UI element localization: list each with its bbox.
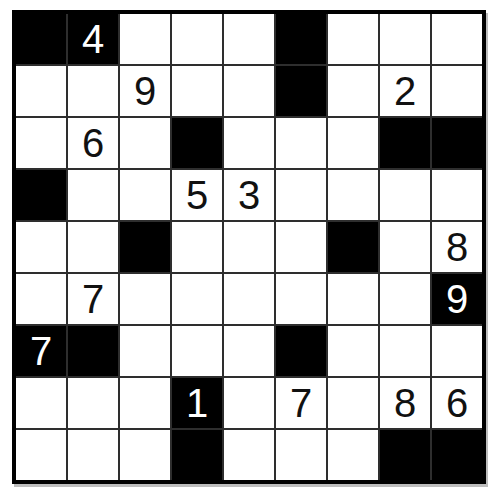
cell-r9c8 [380, 430, 430, 480]
cell-r6c5[interactable] [224, 274, 274, 324]
cell-r1c8[interactable] [380, 14, 430, 64]
cell-r7c1: 7 [16, 326, 66, 376]
cell-r8c7[interactable] [328, 378, 378, 428]
cell-r8c9[interactable]: 6 [432, 378, 482, 428]
cell-r1c4[interactable] [172, 14, 222, 64]
cell-r1c6 [276, 14, 326, 64]
cell-r1c5[interactable] [224, 14, 274, 64]
cell-r3c8 [380, 118, 430, 168]
cell-r5c9[interactable]: 8 [432, 222, 482, 272]
cell-r4c8[interactable] [380, 170, 430, 220]
cell-r1c7[interactable] [328, 14, 378, 64]
cell-r4c1 [16, 170, 66, 220]
cell-r4c2[interactable] [68, 170, 118, 220]
cell-r4c4[interactable]: 5 [172, 170, 222, 220]
cell-r2c7[interactable] [328, 66, 378, 116]
cell-r1c1 [16, 14, 66, 64]
cell-r8c2[interactable] [68, 378, 118, 428]
cell-r2c9[interactable] [432, 66, 482, 116]
cell-r3c4 [172, 118, 222, 168]
cell-r5c1[interactable] [16, 222, 66, 272]
cell-r3c9 [432, 118, 482, 168]
cell-r6c6[interactable] [276, 274, 326, 324]
cell-r2c2[interactable] [68, 66, 118, 116]
cell-r2c8[interactable]: 2 [380, 66, 430, 116]
cell-r4c9[interactable] [432, 170, 482, 220]
cell-r9c3[interactable] [120, 430, 170, 480]
cell-r5c5[interactable] [224, 222, 274, 272]
cell-r2c1[interactable] [16, 66, 66, 116]
cell-r5c4[interactable] [172, 222, 222, 272]
cell-r7c7[interactable] [328, 326, 378, 376]
cell-r4c6[interactable] [276, 170, 326, 220]
cell-r7c4[interactable] [172, 326, 222, 376]
cell-r7c3[interactable] [120, 326, 170, 376]
cell-r3c6[interactable] [276, 118, 326, 168]
puzzle-board: 49265387971786 [12, 10, 486, 484]
cell-r6c8[interactable] [380, 274, 430, 324]
cell-r7c6 [276, 326, 326, 376]
cell-r3c5[interactable] [224, 118, 274, 168]
cell-r7c2 [68, 326, 118, 376]
cell-r8c4: 1 [172, 378, 222, 428]
cell-r5c8[interactable] [380, 222, 430, 272]
cell-r7c8[interactable] [380, 326, 430, 376]
cell-r6c4[interactable] [172, 274, 222, 324]
cell-r6c9: 9 [432, 274, 482, 324]
cell-r3c3[interactable] [120, 118, 170, 168]
cell-r3c2[interactable]: 6 [68, 118, 118, 168]
cell-r2c6 [276, 66, 326, 116]
cell-r9c2[interactable] [68, 430, 118, 480]
cell-r6c3[interactable] [120, 274, 170, 324]
cell-r6c1[interactable] [16, 274, 66, 324]
cell-r8c8[interactable]: 8 [380, 378, 430, 428]
cell-r5c6[interactable] [276, 222, 326, 272]
cell-r6c7[interactable] [328, 274, 378, 324]
cell-r1c3[interactable] [120, 14, 170, 64]
cell-r1c9[interactable] [432, 14, 482, 64]
cell-r9c5[interactable] [224, 430, 274, 480]
cell-r5c3 [120, 222, 170, 272]
cell-r8c1[interactable] [16, 378, 66, 428]
puzzle-board-wrap: 49265387971786 [12, 10, 486, 484]
cell-r9c9 [432, 430, 482, 480]
cell-r7c9[interactable] [432, 326, 482, 376]
cell-r3c1[interactable] [16, 118, 66, 168]
cell-r7c5[interactable] [224, 326, 274, 376]
cell-r6c2[interactable]: 7 [68, 274, 118, 324]
cell-r5c2[interactable] [68, 222, 118, 272]
cell-r2c4[interactable] [172, 66, 222, 116]
cell-r2c3[interactable]: 9 [120, 66, 170, 116]
cell-r4c7[interactable] [328, 170, 378, 220]
cell-r4c3[interactable] [120, 170, 170, 220]
cell-r8c5[interactable] [224, 378, 274, 428]
cell-r4c5[interactable]: 3 [224, 170, 274, 220]
cell-r9c7[interactable] [328, 430, 378, 480]
cell-r9c4 [172, 430, 222, 480]
cell-r8c6[interactable]: 7 [276, 378, 326, 428]
cell-r8c3[interactable] [120, 378, 170, 428]
cell-r1c2: 4 [68, 14, 118, 64]
cell-r9c6[interactable] [276, 430, 326, 480]
cell-r9c1[interactable] [16, 430, 66, 480]
cell-r3c7[interactable] [328, 118, 378, 168]
cell-r5c7 [328, 222, 378, 272]
cell-r2c5[interactable] [224, 66, 274, 116]
